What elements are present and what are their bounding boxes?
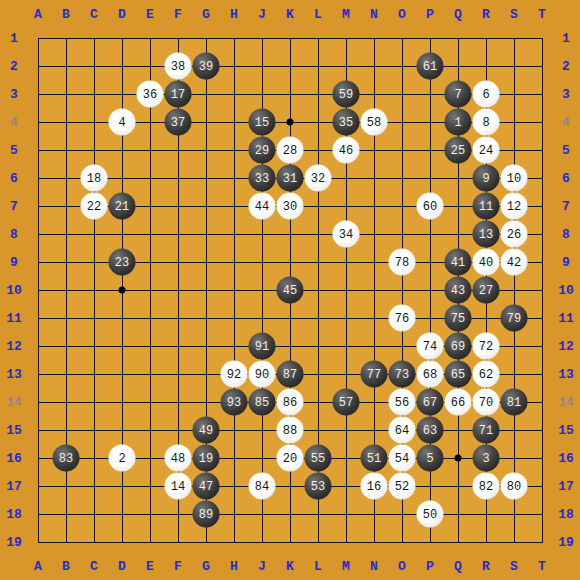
- row-label-right-2: 2: [562, 60, 570, 73]
- row-label-left-7: 7: [10, 200, 18, 213]
- stone-white-4-d4[interactable]: 4: [109, 109, 136, 136]
- column-label-bottom-b: B: [62, 560, 70, 573]
- stone-white-68-p13[interactable]: 68: [417, 361, 444, 388]
- column-label-top-l: L: [314, 8, 322, 21]
- grid-line: [38, 514, 543, 515]
- column-label-top-t: T: [538, 8, 546, 21]
- column-label-top-k: K: [286, 8, 294, 21]
- row-label-left-2: 2: [10, 60, 18, 73]
- stone-black-25-q5[interactable]: 25: [445, 137, 472, 164]
- column-label-bottom-o: O: [398, 560, 406, 573]
- stone-black-47-g17[interactable]: 47: [193, 473, 220, 500]
- stone-white-2-d16[interactable]: 2: [109, 445, 136, 472]
- column-label-top-s: S: [510, 8, 518, 21]
- star-point-k4: [287, 119, 294, 126]
- stone-white-50-p18[interactable]: 50: [417, 501, 444, 528]
- row-label-right-15: 15: [558, 424, 574, 437]
- column-label-top-a: A: [34, 8, 42, 21]
- stone-white-14-f17[interactable]: 14: [165, 473, 192, 500]
- column-label-top-o: O: [398, 8, 406, 21]
- stone-black-3-r16[interactable]: 3: [473, 445, 500, 472]
- stone-white-58-n4[interactable]: 58: [361, 109, 388, 136]
- row-label-right-17: 17: [558, 480, 574, 493]
- stone-black-75-q11[interactable]: 75: [445, 305, 472, 332]
- column-label-bottom-f: F: [174, 560, 182, 573]
- stone-black-19-g16[interactable]: 19: [193, 445, 220, 472]
- column-label-top-f: F: [174, 8, 182, 21]
- stone-black-79-s11[interactable]: 79: [501, 305, 528, 332]
- row-label-left-12: 12: [6, 340, 22, 353]
- stone-white-16-n17[interactable]: 16: [361, 473, 388, 500]
- stone-white-6-r3[interactable]: 6: [473, 81, 500, 108]
- row-label-left-13: 13: [6, 368, 22, 381]
- row-label-left-4: 4: [10, 116, 18, 129]
- stone-white-54-o16[interactable]: 54: [389, 445, 416, 472]
- row-label-right-8: 8: [562, 228, 570, 241]
- row-label-left-17: 17: [6, 480, 22, 493]
- stone-white-74-p12[interactable]: 74: [417, 333, 444, 360]
- stone-white-30-k7[interactable]: 30: [277, 193, 304, 220]
- row-label-left-9: 9: [10, 256, 18, 269]
- stone-black-71-r15[interactable]: 71: [473, 417, 500, 444]
- stone-black-83-b16[interactable]: 83: [53, 445, 80, 472]
- row-label-right-6: 6: [562, 172, 570, 185]
- stone-white-42-s9[interactable]: 42: [501, 249, 528, 276]
- column-label-top-h: H: [230, 8, 238, 21]
- column-label-bottom-k: K: [286, 560, 294, 573]
- go-board-screen: AABBCCDDEEFFGGHHJJKKLLMMNNOOPPQQRRSSTT11…: [0, 0, 580, 580]
- stone-white-84-j17[interactable]: 84: [249, 473, 276, 500]
- star-point-d10: [119, 287, 126, 294]
- stone-black-63-p15[interactable]: 63: [417, 417, 444, 444]
- stone-black-13-r8[interactable]: 13: [473, 221, 500, 248]
- stone-black-65-q13[interactable]: 65: [445, 361, 472, 388]
- column-label-bottom-g: G: [202, 560, 210, 573]
- stone-white-62-r13[interactable]: 62: [473, 361, 500, 388]
- stone-white-18-c6[interactable]: 18: [81, 165, 108, 192]
- stone-white-92-h13[interactable]: 92: [221, 361, 248, 388]
- column-label-top-j: J: [258, 8, 266, 21]
- row-label-right-18: 18: [558, 508, 574, 521]
- stone-black-57-m14[interactable]: 57: [333, 389, 360, 416]
- stone-black-81-s14[interactable]: 81: [501, 389, 528, 416]
- grid-line: [514, 38, 515, 543]
- stone-white-60-p7[interactable]: 60: [417, 193, 444, 220]
- column-label-top-m: M: [342, 8, 350, 21]
- stone-black-53-l17[interactable]: 53: [305, 473, 332, 500]
- column-label-top-b: B: [62, 8, 70, 21]
- stone-black-87-k13[interactable]: 87: [277, 361, 304, 388]
- stone-black-91-j12[interactable]: 91: [249, 333, 276, 360]
- stone-white-72-r12[interactable]: 72: [473, 333, 500, 360]
- stone-white-34-m8[interactable]: 34: [333, 221, 360, 248]
- stone-black-5-p16[interactable]: 5: [417, 445, 444, 472]
- stone-black-7-q3[interactable]: 7: [445, 81, 472, 108]
- row-label-right-10: 10: [558, 284, 574, 297]
- row-label-right-1: 1: [562, 32, 570, 45]
- grid-line: [38, 486, 543, 487]
- stone-black-35-m4[interactable]: 35: [333, 109, 360, 136]
- row-label-left-3: 3: [10, 88, 18, 101]
- row-label-right-3: 3: [562, 88, 570, 101]
- stone-white-90-j13[interactable]: 90: [249, 361, 276, 388]
- grid-line: [542, 38, 543, 543]
- column-label-top-n: N: [370, 8, 378, 21]
- stone-white-10-s6[interactable]: 10: [501, 165, 528, 192]
- stone-black-39-g2[interactable]: 39: [193, 53, 220, 80]
- stone-black-67-p14[interactable]: 67: [417, 389, 444, 416]
- stone-black-73-o13[interactable]: 73: [389, 361, 416, 388]
- column-label-top-g: G: [202, 8, 210, 21]
- row-label-right-5: 5: [562, 144, 570, 157]
- stone-white-32-l6[interactable]: 32: [305, 165, 332, 192]
- stone-white-88-k15[interactable]: 88: [277, 417, 304, 444]
- column-label-top-e: E: [146, 8, 154, 21]
- row-label-right-9: 9: [562, 256, 570, 269]
- row-label-right-13: 13: [558, 368, 574, 381]
- row-label-right-12: 12: [558, 340, 574, 353]
- row-label-left-5: 5: [10, 144, 18, 157]
- row-label-left-10: 10: [6, 284, 22, 297]
- stone-white-78-o9[interactable]: 78: [389, 249, 416, 276]
- row-label-left-16: 16: [6, 452, 22, 465]
- row-label-right-19: 19: [558, 536, 574, 549]
- stone-black-29-j5[interactable]: 29: [249, 137, 276, 164]
- column-label-bottom-n: N: [370, 560, 378, 573]
- column-label-bottom-s: S: [510, 560, 518, 573]
- stone-black-33-j6[interactable]: 33: [249, 165, 276, 192]
- stone-white-52-o17[interactable]: 52: [389, 473, 416, 500]
- stone-black-93-h14[interactable]: 93: [221, 389, 248, 416]
- stone-white-64-o15[interactable]: 64: [389, 417, 416, 444]
- row-label-left-18: 18: [6, 508, 22, 521]
- column-label-bottom-q: Q: [454, 560, 462, 573]
- stone-black-89-g18[interactable]: 89: [193, 501, 220, 528]
- stone-black-55-l16[interactable]: 55: [305, 445, 332, 472]
- stone-white-38-f2[interactable]: 38: [165, 53, 192, 80]
- stone-black-31-k6[interactable]: 31: [277, 165, 304, 192]
- row-label-right-16: 16: [558, 452, 574, 465]
- stone-black-17-f3[interactable]: 17: [165, 81, 192, 108]
- stone-white-56-o14[interactable]: 56: [389, 389, 416, 416]
- stone-black-49-g15[interactable]: 49: [193, 417, 220, 444]
- stone-black-43-q10[interactable]: 43: [445, 277, 472, 304]
- column-label-bottom-h: H: [230, 560, 238, 573]
- column-label-bottom-t: T: [538, 560, 546, 573]
- stone-black-85-j14[interactable]: 85: [249, 389, 276, 416]
- stone-black-23-d9[interactable]: 23: [109, 249, 136, 276]
- stone-black-41-q9[interactable]: 41: [445, 249, 472, 276]
- column-label-bottom-m: M: [342, 560, 350, 573]
- grid-line: [38, 542, 543, 543]
- stone-white-8-r4[interactable]: 8: [473, 109, 500, 136]
- stone-white-26-s8[interactable]: 26: [501, 221, 528, 248]
- stone-black-9-r6[interactable]: 9: [473, 165, 500, 192]
- column-label-top-c: C: [90, 8, 98, 21]
- column-label-bottom-j: J: [258, 560, 266, 573]
- stone-black-45-k10[interactable]: 45: [277, 277, 304, 304]
- column-label-bottom-d: D: [118, 560, 126, 573]
- row-label-left-11: 11: [6, 312, 22, 325]
- star-point-q16: [455, 455, 462, 462]
- stone-black-1-q4[interactable]: 1: [445, 109, 472, 136]
- stone-white-28-k5[interactable]: 28: [277, 137, 304, 164]
- stone-black-11-r7[interactable]: 11: [473, 193, 500, 220]
- column-label-top-q: Q: [454, 8, 462, 21]
- stone-white-82-r17[interactable]: 82: [473, 473, 500, 500]
- stone-black-21-d7[interactable]: 21: [109, 193, 136, 220]
- column-label-bottom-a: A: [34, 560, 42, 573]
- stone-black-27-r10[interactable]: 27: [473, 277, 500, 304]
- stone-white-70-r14[interactable]: 70: [473, 389, 500, 416]
- column-label-bottom-p: P: [426, 560, 434, 573]
- row-label-left-6: 6: [10, 172, 18, 185]
- column-label-top-r: R: [482, 8, 490, 21]
- row-label-right-11: 11: [558, 312, 574, 325]
- stone-white-22-c7[interactable]: 22: [81, 193, 108, 220]
- stone-black-77-n13[interactable]: 77: [361, 361, 388, 388]
- column-label-bottom-l: L: [314, 560, 322, 573]
- column-label-bottom-e: E: [146, 560, 154, 573]
- stone-white-20-k16[interactable]: 20: [277, 445, 304, 472]
- stone-white-86-k14[interactable]: 86: [277, 389, 304, 416]
- row-label-right-14: 14: [558, 396, 574, 409]
- row-label-left-14: 14: [6, 396, 22, 409]
- row-label-left-19: 19: [6, 536, 22, 549]
- stone-black-59-m3[interactable]: 59: [333, 81, 360, 108]
- stone-white-80-s17[interactable]: 80: [501, 473, 528, 500]
- stone-white-76-o11[interactable]: 76: [389, 305, 416, 332]
- column-label-top-d: D: [118, 8, 126, 21]
- column-label-bottom-r: R: [482, 560, 490, 573]
- stone-white-44-j7[interactable]: 44: [249, 193, 276, 220]
- stone-white-36-e3[interactable]: 36: [137, 81, 164, 108]
- stone-white-46-m5[interactable]: 46: [333, 137, 360, 164]
- row-label-left-15: 15: [6, 424, 22, 437]
- stone-white-24-r5[interactable]: 24: [473, 137, 500, 164]
- stone-black-61-p2[interactable]: 61: [417, 53, 444, 80]
- stone-white-40-r9[interactable]: 40: [473, 249, 500, 276]
- stone-black-37-f4[interactable]: 37: [165, 109, 192, 136]
- stone-black-69-q12[interactable]: 69: [445, 333, 472, 360]
- column-label-bottom-c: C: [90, 560, 98, 573]
- stone-white-66-q14[interactable]: 66: [445, 389, 472, 416]
- stone-black-15-j4[interactable]: 15: [249, 109, 276, 136]
- row-label-left-8: 8: [10, 228, 18, 241]
- stone-white-12-s7[interactable]: 12: [501, 193, 528, 220]
- row-label-right-4: 4: [562, 116, 570, 129]
- stone-white-48-f16[interactable]: 48: [165, 445, 192, 472]
- row-label-left-1: 1: [10, 32, 18, 45]
- row-label-right-7: 7: [562, 200, 570, 213]
- column-label-top-p: P: [426, 8, 434, 21]
- stone-black-51-n16[interactable]: 51: [361, 445, 388, 472]
